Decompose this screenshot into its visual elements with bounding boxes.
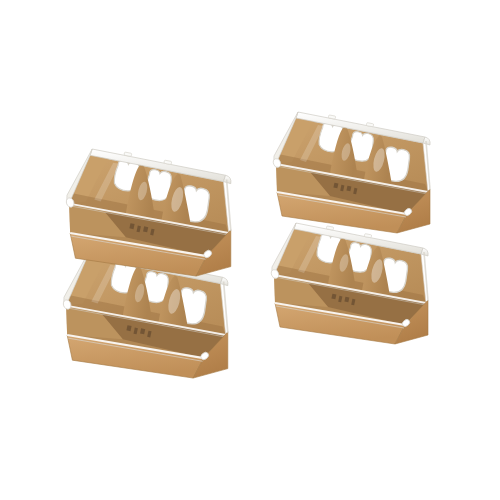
feeder-box-top-right — [272, 112, 430, 233]
feeder-boxes-image — [0, 0, 500, 500]
product-photo — [0, 0, 500, 500]
feeder-box-top-left — [65, 149, 231, 276]
feeder-box-bottom-right — [270, 223, 428, 344]
